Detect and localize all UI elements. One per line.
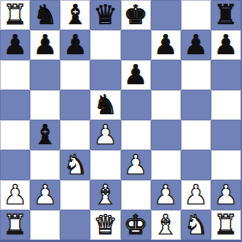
square-b2[interactable]: ♟ xyxy=(30,180,60,210)
square-f6[interactable] xyxy=(151,60,181,90)
square-a3[interactable] xyxy=(0,150,30,180)
piece-black-pawn[interactable]: ♟ xyxy=(123,61,147,88)
piece-black-pawn[interactable]: ♟ xyxy=(184,31,208,58)
piece-white-pawn[interactable]: ♟ xyxy=(154,181,178,208)
square-a8[interactable]: ♜ xyxy=(0,0,30,30)
piece-black-pawn[interactable]: ♟ xyxy=(154,31,178,58)
square-h8[interactable]: ♜ xyxy=(211,0,241,30)
square-c1[interactable] xyxy=(60,210,90,240)
square-b5[interactable] xyxy=(30,90,60,120)
piece-white-knight[interactable]: ♞ xyxy=(184,211,208,238)
square-f8[interactable] xyxy=(151,0,181,30)
square-g1[interactable]: ♞ xyxy=(181,210,211,240)
piece-black-knight[interactable]: ♞ xyxy=(93,91,117,118)
square-c3[interactable]: ♞ xyxy=(60,150,90,180)
square-f4[interactable] xyxy=(151,120,181,150)
piece-white-king[interactable]: ♚ xyxy=(123,211,147,238)
square-f3[interactable] xyxy=(151,150,181,180)
piece-white-pawn[interactable]: ♟ xyxy=(3,181,27,208)
piece-white-knight[interactable]: ♞ xyxy=(63,151,87,178)
square-d4[interactable]: ♟ xyxy=(90,120,120,150)
square-g4[interactable] xyxy=(181,120,211,150)
square-g5[interactable] xyxy=(181,90,211,120)
square-e2[interactable] xyxy=(121,180,151,210)
piece-white-queen[interactable]: ♛ xyxy=(93,211,117,238)
piece-white-pawn[interactable]: ♟ xyxy=(93,121,117,148)
square-f1[interactable]: ♝ xyxy=(151,210,181,240)
square-d3[interactable] xyxy=(90,150,120,180)
square-e5[interactable] xyxy=(121,90,151,120)
piece-black-queen[interactable]: ♛ xyxy=(93,1,117,28)
square-d5[interactable]: ♞ xyxy=(90,90,120,120)
square-f7[interactable]: ♟ xyxy=(151,30,181,60)
square-b8[interactable]: ♞ xyxy=(30,0,60,30)
square-h7[interactable]: ♟ xyxy=(211,30,241,60)
square-h2[interactable]: ♟ xyxy=(211,180,241,210)
square-c8[interactable]: ♝ xyxy=(60,0,90,30)
piece-black-bishop[interactable]: ♝ xyxy=(33,121,57,148)
piece-black-pawn[interactable]: ♟ xyxy=(33,31,57,58)
square-a4[interactable] xyxy=(0,120,30,150)
square-e1[interactable]: ♚ xyxy=(121,210,151,240)
square-h4[interactable] xyxy=(211,120,241,150)
square-c5[interactable] xyxy=(60,90,90,120)
square-h1[interactable]: ♜ xyxy=(211,210,241,240)
piece-black-pawn[interactable]: ♟ xyxy=(3,31,27,58)
square-e8[interactable]: ♚ xyxy=(121,0,151,30)
square-g7[interactable]: ♟ xyxy=(181,30,211,60)
piece-white-pawn[interactable]: ♟ xyxy=(123,151,147,178)
square-d7[interactable] xyxy=(90,30,120,60)
square-a6[interactable] xyxy=(0,60,30,90)
piece-white-pawn[interactable]: ♟ xyxy=(33,181,57,208)
square-d2[interactable]: ♝ xyxy=(90,180,120,210)
square-a5[interactable] xyxy=(0,90,30,120)
square-f5[interactable] xyxy=(151,90,181,120)
piece-black-pawn[interactable]: ♟ xyxy=(214,31,238,58)
square-b7[interactable]: ♟ xyxy=(30,30,60,60)
square-b6[interactable] xyxy=(30,60,60,90)
piece-white-bishop[interactable]: ♝ xyxy=(154,211,178,238)
square-a1[interactable]: ♜ xyxy=(0,210,30,240)
chess-board: ♜♞♝♛♚♜♟♟♟♟♟♟♟♞♝♟♞♟♟♟♝♟♟♟♜♛♚♝♞♜ xyxy=(0,0,242,242)
square-c4[interactable] xyxy=(60,120,90,150)
piece-black-knight[interactable]: ♞ xyxy=(33,1,57,28)
piece-white-rook[interactable]: ♜ xyxy=(3,1,27,28)
square-c7[interactable]: ♟ xyxy=(60,30,90,60)
piece-black-king[interactable]: ♚ xyxy=(123,1,147,28)
square-a7[interactable]: ♟ xyxy=(0,30,30,60)
square-d6[interactable] xyxy=(90,60,120,90)
square-g2[interactable]: ♟ xyxy=(181,180,211,210)
square-c6[interactable] xyxy=(60,60,90,90)
square-b3[interactable] xyxy=(30,150,60,180)
square-e4[interactable] xyxy=(121,120,151,150)
square-a2[interactable]: ♟ xyxy=(0,180,30,210)
square-b1[interactable] xyxy=(30,210,60,240)
square-f2[interactable]: ♟ xyxy=(151,180,181,210)
piece-white-rook[interactable]: ♜ xyxy=(214,211,238,238)
piece-white-bishop[interactable]: ♝ xyxy=(93,181,117,208)
square-g8[interactable] xyxy=(181,0,211,30)
square-d8[interactable]: ♛ xyxy=(90,0,120,30)
square-b4[interactable]: ♝ xyxy=(30,120,60,150)
piece-white-rook[interactable]: ♜ xyxy=(3,211,27,238)
square-h6[interactable] xyxy=(211,60,241,90)
square-h5[interactable] xyxy=(211,90,241,120)
square-e7[interactable] xyxy=(121,30,151,60)
piece-black-bishop[interactable]: ♝ xyxy=(63,1,87,28)
square-g3[interactable] xyxy=(181,150,211,180)
square-e3[interactable]: ♟ xyxy=(121,150,151,180)
square-h3[interactable] xyxy=(211,150,241,180)
square-e6[interactable]: ♟ xyxy=(121,60,151,90)
piece-white-pawn[interactable]: ♟ xyxy=(184,181,208,208)
piece-black-rook[interactable]: ♜ xyxy=(214,1,238,28)
square-g6[interactable] xyxy=(181,60,211,90)
square-c2[interactable] xyxy=(60,180,90,210)
piece-white-pawn[interactable]: ♟ xyxy=(214,181,238,208)
square-d1[interactable]: ♛ xyxy=(90,210,120,240)
piece-black-pawn[interactable]: ♟ xyxy=(63,31,87,58)
